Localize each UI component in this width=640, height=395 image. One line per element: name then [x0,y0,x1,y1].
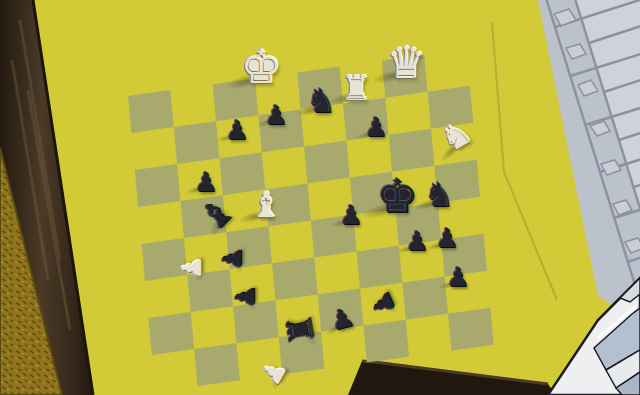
piece-white-pawn[interactable]: ♟ [179,256,205,279]
piece-black-knight[interactable]: ♞ [306,84,336,117]
scene: ♚♛♜♞♝♟♟♞♟♟♟♟♝♚♞♟♟♟♟♟♟♜♟♟ [0,0,640,395]
piece-black-pawn[interactable]: ♟ [232,285,258,308]
piece-black-knight[interactable]: ♞ [424,178,454,211]
piece-black-pawn[interactable]: ♟ [435,225,458,251]
piece-white-rook[interactable]: ♜ [341,71,371,105]
piece-black-pawn[interactable]: ♟ [327,303,356,334]
piece-black-pawn[interactable]: ♟ [339,202,362,228]
pieces-layer: ♚♛♜♞♝♟♟♞♟♟♟♟♝♚♞♟♟♟♟♟♟♜♟♟ [0,0,640,395]
piece-black-pawn[interactable]: ♟ [405,228,428,254]
piece-white-knight[interactable]: ♞ [435,114,477,157]
piece-white-king[interactable]: ♚ [240,44,281,90]
piece-black-pawn[interactable]: ♟ [264,102,287,128]
piece-black-pawn[interactable]: ♟ [446,264,469,290]
piece-white-queen[interactable]: ♛ [386,41,425,85]
piece-black-rook[interactable]: ♜ [281,312,320,348]
piece-black-pawn[interactable]: ♟ [219,247,245,270]
piece-black-king[interactable]: ♚ [376,173,417,219]
piece-black-pawn[interactable]: ♟ [366,288,399,320]
piece-white-pawn[interactable]: ♟ [257,356,291,389]
piece-black-pawn[interactable]: ♟ [364,114,387,140]
piece-black-bishop[interactable]: ♝ [194,191,241,238]
piece-white-bishop[interactable]: ♝ [250,188,281,223]
piece-black-pawn[interactable]: ♟ [225,117,248,143]
